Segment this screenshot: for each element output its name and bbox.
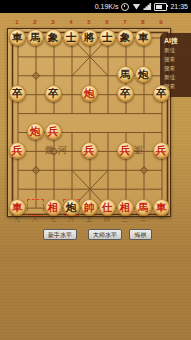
ai-panel-line: 搜索 xyxy=(164,64,191,73)
file-label-bottom: 九 xyxy=(11,215,23,224)
clock-time: 21:35 xyxy=(170,3,188,10)
ai-panel-line: 最佳 xyxy=(164,73,191,82)
file-label-top: 5 xyxy=(83,19,95,25)
file-label-bottom: 七 xyxy=(47,215,59,224)
piece-red-兵[interactable]: 兵 xyxy=(81,142,98,159)
alarm-icon xyxy=(121,3,129,11)
novice-level-button[interactable]: 新手水平 xyxy=(43,229,77,240)
piece-black-卒[interactable]: 卒 xyxy=(9,85,26,102)
battery-icon xyxy=(154,3,167,11)
master-level-button[interactable]: 大师水平 xyxy=(88,229,122,240)
piece-red-仕[interactable]: 仕 xyxy=(99,199,116,216)
piece-red-馬[interactable]: 馬 xyxy=(135,199,152,216)
piece-red-兵[interactable]: 兵 xyxy=(153,142,170,159)
ai-panel-line: 最佳 xyxy=(164,46,191,55)
last-move-from-marker xyxy=(27,199,44,216)
piece-black-士[interactable]: 士 xyxy=(63,29,80,46)
file-label-bottom: 一 xyxy=(155,215,167,224)
piece-red-兵[interactable]: 兵 xyxy=(45,123,62,140)
piece-black-車[interactable]: 車 xyxy=(135,29,152,46)
piece-black-馬[interactable]: 馬 xyxy=(27,29,44,46)
ai-panel-title: AI搜 xyxy=(164,36,191,46)
file-label-bottom: 六 xyxy=(65,215,77,224)
piece-black-象[interactable]: 象 xyxy=(45,29,62,46)
piece-black-士[interactable]: 士 xyxy=(99,29,116,46)
file-label-bottom: 四 xyxy=(101,215,113,224)
file-label-bottom: 八 xyxy=(29,215,41,224)
status-bar: 0.19K/s 21:35 xyxy=(0,0,191,13)
file-label-top: 8 xyxy=(137,19,149,25)
wifi-icon xyxy=(132,4,140,10)
piece-red-兵[interactable]: 兵 xyxy=(9,142,26,159)
file-label-bottom: 二 xyxy=(137,215,149,224)
piece-black-將[interactable]: 將 xyxy=(81,29,98,46)
piece-red-炮[interactable]: 炮 xyxy=(27,123,44,140)
file-label-top: 6 xyxy=(101,19,113,25)
file-label-top: 7 xyxy=(119,19,131,25)
app-screen: 0.19K/s 21:35 123456789 xyxy=(0,0,191,340)
piece-black-象[interactable]: 象 xyxy=(117,29,134,46)
piece-red-帥[interactable]: 帥 xyxy=(81,199,98,216)
piece-black-車[interactable]: 車 xyxy=(9,29,26,46)
ai-panel-line: 搜索 xyxy=(164,55,191,64)
piece-black-卒[interactable]: 卒 xyxy=(153,85,170,102)
file-label-top: 1 xyxy=(11,19,23,25)
piece-black-馬[interactable]: 馬 xyxy=(117,66,134,83)
piece-black-炮[interactable]: 炮 xyxy=(63,199,80,216)
piece-black-炮[interactable]: 炮 xyxy=(135,66,152,83)
xiangqi-board[interactable]: 楚河 漢界 xyxy=(7,28,171,217)
piece-black-卒[interactable]: 卒 xyxy=(117,85,134,102)
file-label-top: 4 xyxy=(65,19,77,25)
river-label-left: 楚河 xyxy=(45,143,71,157)
piece-red-車[interactable]: 車 xyxy=(153,199,170,216)
piece-red-炮[interactable]: 炮 xyxy=(81,85,98,102)
signal-icon xyxy=(143,3,151,10)
piece-red-相[interactable]: 相 xyxy=(45,199,62,216)
file-label-top: 3 xyxy=(47,19,59,25)
piece-red-車[interactable]: 車 xyxy=(9,199,26,216)
file-label-bottom: 五 xyxy=(83,215,95,224)
piece-red-相[interactable]: 相 xyxy=(117,199,134,216)
file-label-top: 2 xyxy=(29,19,41,25)
piece-black-卒[interactable]: 卒 xyxy=(45,85,62,102)
file-label-bottom: 三 xyxy=(119,215,131,224)
undo-button[interactable]: 悔棋 xyxy=(129,229,152,240)
file-label-top: 9 xyxy=(155,19,167,25)
network-speed: 0.19K/s xyxy=(95,3,119,10)
piece-red-兵[interactable]: 兵 xyxy=(117,142,134,159)
